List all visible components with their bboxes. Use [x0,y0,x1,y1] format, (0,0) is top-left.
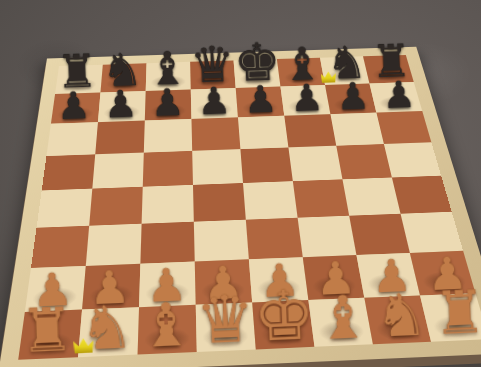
square-h4[interactable] [392,176,452,214]
square-e1[interactable]: ♚ [252,300,314,349]
board-3d-wrap: ♜♞♝♛♚♝♞♜♟♟♟♟♟♟♟♟♟♟♟♟♟♟♟♟♜♞♝♛♚♝♞♜ [0,47,481,367]
square-g1[interactable]: ♞ [364,295,431,344]
square-c7[interactable]: ♟ [145,89,192,120]
square-c3[interactable] [140,222,194,264]
square-a1[interactable]: ♜ [18,310,82,360]
square-b5[interactable] [92,152,143,188]
square-d7[interactable]: ♟ [191,88,238,119]
piece-black-pawn[interactable]: ♟ [243,80,278,118]
piece-black-pawn[interactable]: ♟ [382,76,416,114]
chess-board[interactable]: ♜♞♝♛♚♝♞♜♟♟♟♟♟♟♟♟♟♟♟♟♟♟♟♟♜♞♝♛♚♝♞♜ [18,55,481,360]
square-b6[interactable] [95,121,145,155]
square-h1[interactable]: ♜ [420,293,481,342]
square-c1[interactable]: ♝ [138,305,197,355]
square-a5[interactable] [42,154,96,190]
app-background: ♜♞♝♛♚♝♞♜♟♟♟♟♟♟♟♟♟♟♟♟♟♟♟♟♜♞♝♛♚♝♞♜ [0,0,481,367]
square-h5[interactable] [384,142,441,177]
square-f6[interactable] [284,114,336,147]
square-e5[interactable] [240,147,292,183]
square-a6[interactable] [46,122,97,156]
square-h7[interactable]: ♟ [369,82,422,113]
piece-black-pawn[interactable]: ♟ [56,86,91,125]
square-f4[interactable] [293,179,349,217]
square-c4[interactable] [142,185,194,224]
piece-black-pawn[interactable]: ♟ [103,85,138,124]
square-c6[interactable] [144,119,192,152]
square-g5[interactable] [336,144,392,179]
square-d1[interactable]: ♛ [196,302,256,352]
square-d5[interactable] [192,149,243,185]
square-e4[interactable] [243,181,298,220]
square-g4[interactable] [342,177,400,215]
board-frame: ♜♞♝♛♚♝♞♜♟♟♟♟♟♟♟♟♟♟♟♟♟♟♟♟♜♞♝♛♚♝♞♜ [0,47,481,367]
piece-black-pawn[interactable]: ♟ [336,77,370,115]
piece-white-bishop[interactable]: ♝ [138,295,193,356]
square-f7[interactable]: ♟ [280,85,330,116]
square-d6[interactable] [191,117,240,150]
square-a3[interactable] [31,226,89,268]
square-a7[interactable]: ♟ [51,92,101,123]
scene-3d: ♜♞♝♛♚♝♞♜♟♟♟♟♟♟♟♟♟♟♟♟♟♟♟♟♜♞♝♛♚♝♞♜ [0,0,481,367]
square-b4[interactable] [89,187,143,226]
piece-black-pawn[interactable]: ♟ [290,79,325,117]
piece-black-pawn[interactable]: ♟ [197,82,232,120]
piece-white-knight[interactable]: ♞ [79,297,135,359]
square-g7[interactable]: ♟ [325,84,376,115]
square-e6[interactable] [238,116,288,149]
piece-white-knight[interactable]: ♞ [374,285,428,346]
square-b7[interactable]: ♟ [98,91,146,122]
piece-white-queen[interactable]: ♛ [195,286,256,353]
piece-white-king[interactable]: ♚ [252,280,316,351]
square-c5[interactable] [143,151,193,187]
square-g6[interactable] [330,113,383,146]
square-b1[interactable]: ♞ [78,307,139,357]
square-e7[interactable]: ♟ [236,86,285,117]
square-b3[interactable] [86,224,142,266]
square-h6[interactable] [376,111,431,144]
square-d4[interactable] [193,183,246,222]
square-f5[interactable] [288,146,342,182]
piece-white-rook[interactable]: ♜ [432,283,481,344]
square-a4[interactable] [37,189,93,228]
piece-white-rook[interactable]: ♜ [19,300,75,362]
piece-black-pawn[interactable]: ♟ [150,83,185,121]
piece-white-bishop[interactable]: ♝ [316,288,371,349]
square-f1[interactable]: ♝ [308,298,373,347]
